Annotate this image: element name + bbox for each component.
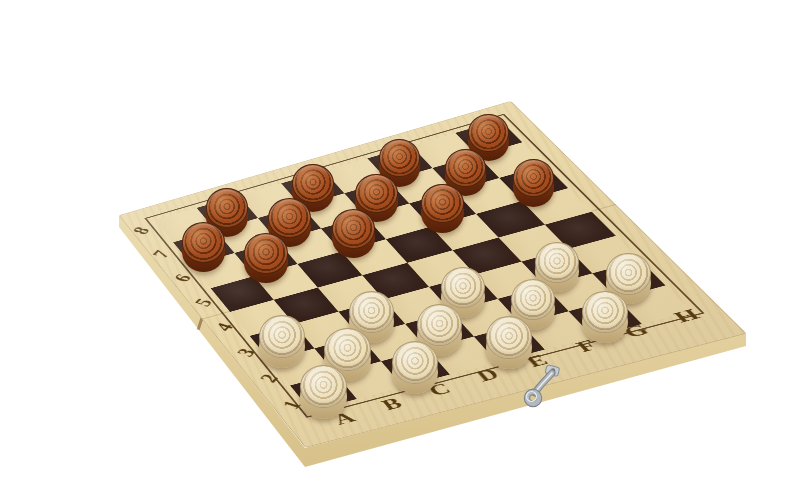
dark-man-top-face — [332, 209, 375, 249]
light-man-top-face — [259, 315, 305, 358]
dark-man-d6[interactable] — [332, 209, 375, 259]
clasp-hook-icon — [520, 364, 568, 410]
light-man-top-face — [606, 253, 650, 294]
light-man-c1[interactable] — [392, 341, 438, 394]
light-man-top-face — [582, 291, 627, 333]
dark-man-top-face — [468, 114, 509, 152]
light-man-top-face — [486, 316, 532, 359]
product-photo-stage: ABCDEFGH 12345678 — [0, 0, 800, 503]
light-man-top-face — [535, 242, 579, 283]
light-man-g1[interactable] — [582, 291, 627, 343]
light-man-top-face — [417, 304, 463, 346]
dark-man-b6[interactable] — [244, 233, 288, 283]
light-man-a3[interactable] — [259, 315, 305, 368]
dark-man-top-face — [355, 174, 397, 213]
dark-man-top-face — [182, 222, 225, 262]
light-man-e1[interactable] — [486, 316, 532, 369]
dark-man-a7[interactable] — [182, 222, 225, 272]
dark-man-top-face — [292, 164, 334, 203]
dark-man-h6[interactable] — [513, 159, 555, 207]
light-man-a1[interactable] — [300, 365, 347, 419]
light-man-top-face — [392, 341, 438, 384]
dark-man-top-face — [421, 184, 463, 223]
light-man-top-face — [300, 365, 347, 409]
pieces-layer — [0, 0, 800, 503]
dark-man-f6[interactable] — [421, 184, 463, 233]
dark-man-top-face — [244, 233, 288, 274]
